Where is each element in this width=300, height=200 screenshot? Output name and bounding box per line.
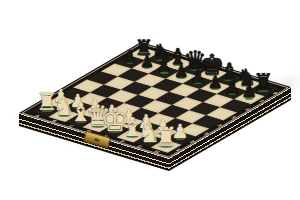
piece-black-pawn[interactable]: ♟ — [241, 83, 257, 101]
chess-set-photo: ABCDEFGH 12345678 ♜♞♝♛♚♝♞♜♟♟♟♟♟♟♟♟♟♟♟♟♟♟… — [0, 0, 300, 200]
piece-black-pawn[interactable]: ♟ — [207, 73, 222, 90]
clasp-pin-icon — [94, 137, 101, 142]
piece-black-pawn[interactable]: ♟ — [123, 49, 137, 65]
piece-black-pawn[interactable]: ♟ — [224, 78, 240, 96]
piece-black-pawn[interactable]: ♟ — [140, 54, 155, 70]
piece-black-pawn[interactable]: ♟ — [174, 63, 189, 80]
piece-white-rook[interactable]: ♜ — [154, 124, 178, 150]
piece-black-pawn[interactable]: ♟ — [191, 68, 206, 85]
piece-black-pawn[interactable]: ♟ — [157, 59, 172, 76]
